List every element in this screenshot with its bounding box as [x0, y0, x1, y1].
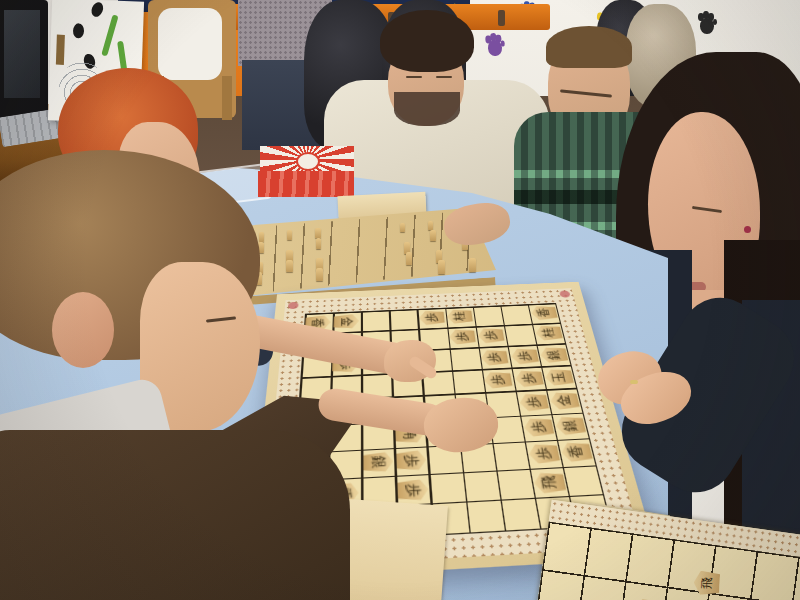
standing-shogi-piece[interactable]	[316, 268, 323, 282]
piece-kanji: 銀	[545, 349, 561, 360]
piece-kanji: 歩	[525, 396, 542, 408]
shogi-piece-right[interactable]: 歩	[483, 369, 513, 390]
computer-monitor	[0, 0, 48, 120]
shogi-piece-right[interactable]: 歩	[480, 347, 510, 367]
standing-shogi-piece[interactable]	[315, 228, 320, 238]
shogi-club-photo: 香金玉歩歩角銀歩香歩歩桂香歩歩桂歩歩銀歩歩玉歩金歩銀歩香飛 飛金歩	[0, 0, 800, 600]
grass-art	[101, 14, 118, 56]
shogi-box-front	[258, 171, 354, 197]
shogi-piece-right[interactable]: 歩	[526, 442, 560, 467]
standing-shogi-piece[interactable]	[469, 258, 476, 272]
shogi-piece-right[interactable]: 銀	[553, 414, 587, 438]
piece-kanji: 飛	[540, 475, 558, 489]
shogi-piece-left[interactable]: 歩	[397, 476, 429, 503]
piece-kanji: 歩	[403, 454, 419, 468]
piece-kanji: 歩	[484, 331, 499, 341]
shogi-piece-right[interactable]: 銀	[538, 345, 569, 365]
shogi-piece-right[interactable]: 歩	[522, 416, 555, 440]
bug-art-icon	[89, 0, 105, 18]
piece-kanji: 歩	[516, 351, 532, 362]
standing-shogi-piece[interactable]	[406, 252, 413, 265]
standing-shogi-piece[interactable]	[259, 232, 264, 242]
eye	[436, 76, 452, 78]
standing-shogi-piece[interactable]	[430, 230, 436, 241]
shogi-piece-right[interactable]: 香	[529, 304, 558, 322]
piece-kanji: 歩	[520, 373, 536, 384]
shogi-piece-right[interactable]: 飛	[531, 469, 566, 496]
shogi-piece-right[interactable]: 歩	[517, 391, 549, 413]
piece-kanji: 歩	[490, 374, 506, 385]
shogi-piece-left[interactable]: 銀	[363, 450, 394, 476]
shogi-piece-right[interactable]: 金	[548, 390, 581, 412]
shogi-piece-left[interactable]: 歩	[396, 448, 427, 474]
older-man-hair	[546, 26, 632, 68]
bug-art-icon	[73, 23, 85, 38]
bearded-man-hair	[380, 10, 474, 72]
standing-shogi-piece[interactable]	[316, 238, 322, 249]
piece-kanji: 銀	[561, 419, 579, 432]
ring	[630, 380, 638, 384]
piece-kanji: 歩	[487, 352, 502, 363]
shogi-piece-right[interactable]: 玉	[543, 367, 575, 388]
foreground-boy-sweater	[0, 430, 350, 600]
eye	[406, 76, 422, 78]
piece-kanji: 歩	[425, 313, 439, 323]
easel-clip	[56, 35, 65, 65]
earring-bead	[744, 226, 751, 233]
standing-shogi-piece[interactable]	[438, 260, 445, 274]
handprint-icon	[700, 18, 714, 34]
shogi-piece-right[interactable]: 歩	[448, 328, 476, 347]
piece-kanji: 銀	[370, 456, 386, 470]
piece-kanji: 歩	[530, 421, 547, 434]
shogi-box-logo	[296, 152, 320, 171]
chair-cushion	[158, 8, 222, 80]
standing-shogi-piece[interactable]	[287, 230, 292, 240]
piece-kanji: 香	[536, 308, 551, 318]
piece-kanji: 香	[567, 446, 585, 459]
foreground-boy-ear	[52, 292, 114, 368]
shogi-piece-right[interactable]: 歩	[477, 326, 506, 345]
shogi-piece-right[interactable]: 歩	[509, 346, 539, 366]
standing-shogi-piece[interactable]	[400, 223, 405, 233]
piece-kanji: 歩	[404, 482, 421, 497]
piece-kanji: 金	[340, 317, 353, 327]
shogi-piece-right[interactable]: 桂	[446, 308, 473, 326]
piece-kanji: 桂	[541, 328, 556, 338]
shogi-piece-side-board[interactable]: 金	[635, 596, 662, 600]
shogi-piece-right[interactable]: 桂	[534, 324, 564, 343]
chair-leg	[222, 76, 232, 120]
piece-kanji: 金	[556, 395, 573, 407]
piece-kanji: 歩	[534, 447, 552, 460]
piece-kanji: 歩	[455, 332, 470, 342]
shogi-piece-right[interactable]: 歩	[513, 368, 544, 389]
bearded-man-beard	[394, 92, 460, 126]
piece-kanji: 玉	[550, 371, 566, 382]
piece-kanji: 桂	[453, 312, 467, 322]
standing-shogi-piece[interactable]	[428, 221, 433, 231]
shogi-piece-right[interactable]: 歩	[418, 309, 445, 327]
shogi-piece-left[interactable]: 金	[334, 312, 360, 331]
coat-hook-icon	[498, 10, 505, 26]
shogi-piece-side-board[interactable]: 飛	[693, 568, 720, 599]
monitor-screen	[4, 10, 40, 98]
shogi-piece-right[interactable]: 香	[559, 440, 594, 465]
standing-shogi-piece[interactable]	[286, 260, 293, 273]
piece-kanji: 飛	[698, 577, 715, 590]
